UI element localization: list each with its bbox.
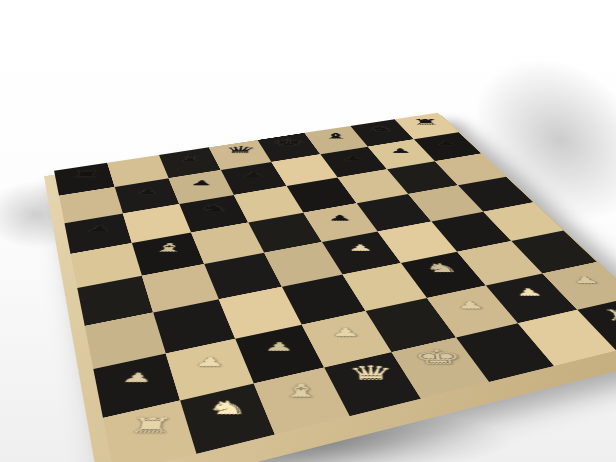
piece-black-pawn[interactable]: ♟	[189, 180, 214, 187]
piece-black-pawn[interactable]: ♟	[389, 148, 412, 154]
piece-black-queen[interactable]: ♛	[223, 145, 258, 154]
piece-black-pawn[interactable]: ♟	[327, 214, 352, 222]
piece-black-pawn[interactable]: ♟	[242, 171, 266, 178]
chess-board: ♜♝♛♚♝♞♜♟♟♟♟♟♟♟♞♝♟♟♞♟♟♟♟♟♟♟♜♞♝♛♚♜	[54, 113, 616, 462]
piece-white-pawn[interactable]: ♟	[120, 371, 155, 384]
square-d3[interactable]	[282, 275, 366, 325]
piece-black-pawn[interactable]: ♟	[85, 225, 114, 233]
square-a1[interactable]: ♜	[103, 400, 197, 462]
piece-white-pawn[interactable]: ♟	[331, 327, 361, 338]
piece-white-king[interactable]: ♚	[412, 347, 465, 367]
piece-black-pawn[interactable]: ♟	[135, 188, 161, 195]
piece-white-pawn[interactable]: ♟	[513, 287, 545, 297]
piece-white-knight[interactable]: ♞	[204, 399, 250, 418]
piece-black-king[interactable]: ♚	[271, 138, 306, 147]
piece-black-knight[interactable]: ♞	[197, 203, 231, 213]
piece-black-rook[interactable]: ♜	[410, 118, 440, 125]
piece-white-pawn[interactable]: ♟	[455, 300, 486, 311]
piece-black-knight[interactable]: ♞	[367, 125, 395, 132]
piece-black-bishop[interactable]: ♝	[322, 132, 350, 140]
piece-white-bishop[interactable]: ♝	[150, 242, 187, 253]
square-b5[interactable]: ♝	[132, 233, 204, 276]
piece-white-pawn[interactable]: ♟	[347, 244, 374, 253]
piece-white-knight[interactable]: ♞	[423, 262, 461, 274]
piece-black-pawn[interactable]: ♟	[342, 155, 365, 161]
piece-black-pawn[interactable]: ♟	[435, 140, 458, 146]
piece-white-rook[interactable]: ♜	[599, 308, 616, 323]
studio-scene: ♜♝♛♚♝♞♜♟♟♟♟♟♟♟♞♝♟♟♞♟♟♟♟♟♟♟♜♞♝♛♚♜	[0, 0, 616, 462]
piece-white-queen[interactable]: ♛	[346, 363, 396, 383]
square-h3[interactable]	[511, 231, 597, 274]
piece-white-pawn[interactable]: ♟	[193, 356, 226, 368]
piece-white-rook[interactable]: ♜	[125, 415, 177, 435]
square-c5[interactable]	[191, 222, 264, 264]
piece-black-bishop[interactable]: ♝	[175, 154, 206, 162]
piece-white-pawn[interactable]: ♟	[570, 275, 602, 285]
piece-white-bishop[interactable]: ♝	[279, 382, 322, 400]
board-grid: ♜♝♛♚♝♞♜♟♟♟♟♟♟♟♞♝♟♟♞♟♟♟♟♟♟♟♜♞♝♛♚♜	[54, 113, 616, 462]
piece-black-rook[interactable]: ♜	[68, 169, 104, 178]
piece-white-pawn[interactable]: ♟	[263, 341, 294, 353]
